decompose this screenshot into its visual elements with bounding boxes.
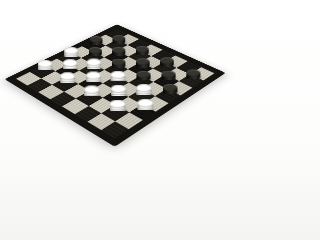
piece-top [161,70,175,77]
black-piece[interactable] [90,36,103,46]
black-piece[interactable] [186,70,200,81]
mat-border [5,24,226,146]
white-piece[interactable] [62,59,77,72]
board-square[interactable] [74,106,101,122]
black-piece[interactable] [136,46,149,56]
black-piece[interactable] [89,47,102,57]
white-piece[interactable] [38,60,53,73]
piece-top [62,59,77,67]
black-piece[interactable] [163,84,178,96]
piece-top [112,47,125,54]
white-piece[interactable] [110,85,126,99]
piece-top [137,99,153,108]
white-piece[interactable] [84,85,100,99]
board-grid [16,29,214,138]
black-piece[interactable] [136,71,150,82]
piece-top [86,71,101,79]
black-piece[interactable] [136,58,150,69]
white-piece[interactable] [64,47,78,59]
white-piece[interactable] [86,71,101,84]
scene [0,0,230,160]
black-piece[interactable] [112,59,126,70]
white-piece[interactable] [60,72,75,85]
piece-top [136,58,150,65]
white-piece[interactable] [137,99,153,113]
white-piece[interactable] [87,58,102,71]
black-piece[interactable] [161,70,175,81]
piece-top [90,36,103,42]
white-piece[interactable] [136,84,152,98]
black-piece[interactable] [112,47,125,57]
piece-top [110,85,126,93]
white-piece[interactable] [110,100,126,114]
black-piece[interactable] [160,57,174,68]
black-piece[interactable] [112,35,125,45]
checkers-board [5,24,226,146]
white-piece[interactable] [111,71,126,84]
